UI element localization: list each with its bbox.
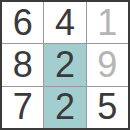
- sudoku-cell[interactable]: 1: [87, 2, 128, 43]
- sudoku-cell[interactable]: 9: [87, 44, 128, 85]
- sudoku-cell[interactable]: 7: [2, 87, 43, 128]
- sudoku-cell[interactable]: 2: [44, 44, 85, 85]
- sudoku-cell[interactable]: 2: [44, 87, 85, 128]
- sudoku-cell[interactable]: 4: [44, 2, 85, 43]
- sudoku-board: 6 4 1 8 2 9 7 2 5: [0, 0, 130, 130]
- sudoku-cell[interactable]: 6: [2, 2, 43, 43]
- sudoku-cell[interactable]: 8: [2, 44, 43, 85]
- sudoku-cell[interactable]: 5: [87, 87, 128, 128]
